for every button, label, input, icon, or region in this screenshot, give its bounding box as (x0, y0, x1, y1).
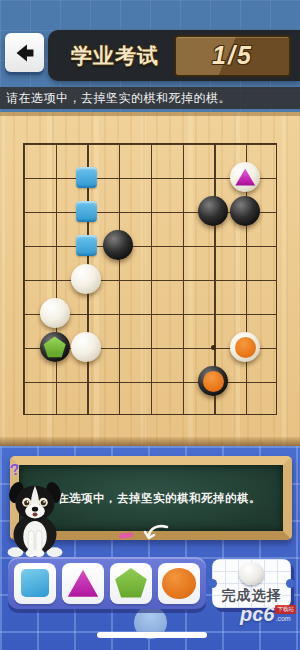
board-point (198, 330, 230, 364)
mascot-dog (3, 474, 67, 560)
header-panel: 学业考试 1/5 (48, 30, 300, 81)
instruction-bar: 请在选项中，去掉坚实的棋和死掉的棋。 (0, 87, 300, 109)
board-point (198, 296, 230, 330)
board-grid (7, 126, 293, 432)
app-screen: 学业考试 1/5 请在选项中，去掉坚实的棋和死掉的棋。 请在选项中，去掉坚实的棋… (0, 0, 300, 650)
board-point (39, 126, 71, 160)
chalk-arrow-icon (143, 523, 169, 541)
board-point (7, 330, 39, 364)
chalkboard-text: 请在选项中，去掉坚实的棋和死掉的棋。 (45, 491, 283, 506)
board-point (229, 228, 261, 262)
stone-white (71, 264, 101, 294)
board-point (39, 160, 71, 194)
stone-black (198, 366, 228, 396)
board-point (261, 262, 293, 296)
board-point (166, 228, 198, 262)
option-blue-square[interactable] (14, 563, 56, 604)
marker-green-pentagon-icon (43, 336, 66, 358)
button-notch (208, 579, 217, 588)
board-point[interactable] (71, 262, 103, 296)
board-point (198, 160, 230, 194)
page-title: 学业考试 (56, 42, 174, 70)
board-point (261, 126, 293, 160)
board-point (261, 296, 293, 330)
board-point[interactable] (198, 364, 230, 398)
board-point (261, 364, 293, 398)
board-point (166, 296, 198, 330)
home-indicator[interactable] (97, 632, 207, 638)
board-point (102, 296, 134, 330)
board-point (102, 398, 134, 432)
stone-black (230, 196, 260, 226)
board-point (229, 126, 261, 160)
marker-blue-square-icon (76, 201, 97, 222)
white-stone-icon (239, 562, 264, 585)
stone-black (103, 230, 133, 260)
arrow-left-icon (12, 40, 38, 66)
go-board (0, 112, 300, 446)
board-point (166, 398, 198, 432)
stone-white (230, 162, 260, 192)
board-point (7, 296, 39, 330)
board-point (39, 228, 71, 262)
square-shape-icon (21, 569, 49, 597)
board-point (134, 296, 166, 330)
board-point (102, 364, 134, 398)
stone-black (198, 196, 228, 226)
board-point (229, 262, 261, 296)
board-point (39, 398, 71, 432)
board-point (198, 398, 230, 432)
marker-blue-square-icon (76, 235, 97, 256)
board-point (102, 330, 134, 364)
board-point[interactable] (71, 228, 103, 262)
star-point (211, 345, 216, 350)
back-button[interactable] (5, 33, 44, 72)
marker-magenta-triangle-icon (235, 168, 256, 186)
watermark-suffix: .com (275, 614, 290, 623)
board-point[interactable] (71, 330, 103, 364)
board-point (7, 398, 39, 432)
options-panel (8, 557, 206, 609)
button-notch (286, 579, 295, 588)
board-point (229, 364, 261, 398)
board-point (198, 262, 230, 296)
option-green-pentagon[interactable] (110, 563, 152, 604)
board-point (261, 160, 293, 194)
board-point (229, 296, 261, 330)
board-point (134, 364, 166, 398)
watermark-name: pc6 (240, 603, 274, 625)
chalk-piece (119, 532, 134, 539)
stone-white (40, 298, 70, 328)
board-point[interactable] (229, 194, 261, 228)
progress-badge: 1/5 (174, 35, 291, 77)
board-point (102, 126, 134, 160)
board-point (166, 364, 198, 398)
confirm-selection-button[interactable]: 完成选择 (212, 559, 291, 608)
option-magenta-triangle[interactable] (62, 563, 104, 604)
stone-black (40, 332, 70, 362)
board-point (39, 194, 71, 228)
board-point (166, 262, 198, 296)
board-point (261, 330, 293, 364)
board-point (134, 194, 166, 228)
board-point (134, 398, 166, 432)
board-point[interactable] (102, 228, 134, 262)
board-point (7, 160, 39, 194)
board-point (198, 126, 230, 160)
stone-white (71, 332, 101, 362)
board-point (71, 398, 103, 432)
board-point (134, 330, 166, 364)
marker-orange-circle-icon (203, 371, 224, 392)
board-point[interactable] (71, 194, 103, 228)
board-point (39, 364, 71, 398)
marker-orange-circle-icon (235, 337, 256, 358)
board-point[interactable] (229, 330, 261, 364)
board-point (39, 262, 71, 296)
board-point (134, 228, 166, 262)
board-point (134, 126, 166, 160)
board-point (71, 126, 103, 160)
board-point (261, 398, 293, 432)
board-point (7, 194, 39, 228)
circle-shape-icon (162, 568, 196, 599)
watermark: pc6 下载站 .com (240, 603, 296, 625)
board-point (166, 330, 198, 364)
board-point (134, 160, 166, 194)
board-point (102, 160, 134, 194)
board-point (134, 262, 166, 296)
board-point (261, 228, 293, 262)
stone-white (230, 332, 260, 362)
board-point[interactable] (198, 194, 230, 228)
board-point (102, 194, 134, 228)
progress-text: 1/5 (212, 41, 253, 70)
board-point (166, 126, 198, 160)
board-point (71, 364, 103, 398)
marker-blue-square-icon (76, 167, 97, 188)
board-point[interactable] (71, 160, 103, 194)
board-point[interactable] (39, 330, 71, 364)
board-point[interactable] (229, 160, 261, 194)
board-point[interactable] (39, 296, 71, 330)
board-point (166, 194, 198, 228)
board-point (7, 126, 39, 160)
watermark-badge: 下载站 (275, 605, 296, 614)
board-point (102, 262, 134, 296)
board-point (229, 398, 261, 432)
option-orange-circle[interactable] (158, 563, 200, 604)
board-point (7, 262, 39, 296)
board-point (7, 364, 39, 398)
pentagon-shape-icon (115, 568, 148, 599)
board-point (198, 228, 230, 262)
board-point (7, 228, 39, 262)
triangle-shape-icon (67, 569, 100, 598)
board-point (166, 160, 198, 194)
board-point (71, 296, 103, 330)
board-point (261, 194, 293, 228)
